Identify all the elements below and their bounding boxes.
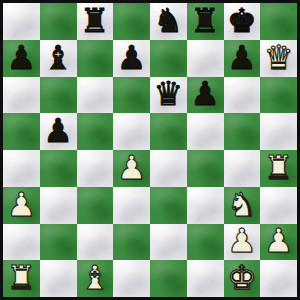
square-a7[interactable]: ♟ [3, 40, 40, 77]
chess-board: ♜♞♜♚♟♝♟♟♛♛♟♟♟♜♟♞♟♟♜♝♚ [3, 3, 297, 297]
square-b1[interactable] [40, 260, 77, 297]
square-f8[interactable]: ♜ [187, 3, 224, 40]
square-a6[interactable] [3, 77, 40, 114]
square-g4[interactable] [224, 150, 261, 187]
square-b4[interactable] [40, 150, 77, 187]
square-c1[interactable]: ♝ [77, 260, 114, 297]
square-h1[interactable] [260, 260, 297, 297]
piece-white-pawn: ♟ [227, 224, 257, 257]
square-g6[interactable] [224, 77, 261, 114]
piece-black-pawn: ♟ [190, 77, 220, 110]
square-a5[interactable] [3, 113, 40, 150]
square-b6[interactable] [40, 77, 77, 114]
square-e2[interactable] [150, 224, 187, 261]
piece-black-pawn: ♟ [227, 41, 257, 74]
square-d4[interactable]: ♟ [113, 150, 150, 187]
piece-black-rook: ♜ [190, 4, 220, 37]
piece-white-pawn: ♟ [117, 151, 147, 184]
square-f3[interactable] [187, 187, 224, 224]
square-h5[interactable] [260, 113, 297, 150]
square-h4[interactable]: ♜ [260, 150, 297, 187]
square-d2[interactable] [113, 224, 150, 261]
piece-black-king: ♚ [227, 4, 257, 37]
piece-black-pawn: ♟ [117, 41, 147, 74]
square-b5[interactable]: ♟ [40, 113, 77, 150]
piece-white-rook: ♜ [264, 151, 294, 184]
square-d7[interactable]: ♟ [113, 40, 150, 77]
square-d3[interactable] [113, 187, 150, 224]
square-a2[interactable] [3, 224, 40, 261]
square-h6[interactable] [260, 77, 297, 114]
square-d6[interactable] [113, 77, 150, 114]
piece-white-pawn: ♟ [264, 224, 294, 257]
square-h8[interactable] [260, 3, 297, 40]
piece-white-queen: ♛ [264, 41, 294, 74]
square-d1[interactable] [113, 260, 150, 297]
square-a1[interactable]: ♜ [3, 260, 40, 297]
square-e8[interactable]: ♞ [150, 3, 187, 40]
board-frame: ♜♞♜♚♟♝♟♟♛♛♟♟♟♜♟♞♟♟♜♝♚ [0, 0, 300, 300]
square-e5[interactable] [150, 113, 187, 150]
square-f2[interactable] [187, 224, 224, 261]
square-b8[interactable] [40, 3, 77, 40]
square-e4[interactable] [150, 150, 187, 187]
square-f1[interactable] [187, 260, 224, 297]
square-c5[interactable] [77, 113, 114, 150]
piece-black-knight: ♞ [154, 4, 184, 37]
piece-black-queen: ♛ [154, 77, 184, 110]
square-b2[interactable] [40, 224, 77, 261]
square-c2[interactable] [77, 224, 114, 261]
square-g2[interactable]: ♟ [224, 224, 261, 261]
square-f7[interactable] [187, 40, 224, 77]
piece-black-pawn: ♟ [7, 41, 37, 74]
square-b3[interactable] [40, 187, 77, 224]
square-d8[interactable] [113, 3, 150, 40]
piece-white-rook: ♜ [7, 261, 37, 294]
square-f5[interactable] [187, 113, 224, 150]
square-c8[interactable]: ♜ [77, 3, 114, 40]
square-e6[interactable]: ♛ [150, 77, 187, 114]
piece-black-bishop: ♝ [43, 41, 73, 74]
square-h2[interactable]: ♟ [260, 224, 297, 261]
square-a4[interactable] [3, 150, 40, 187]
square-e3[interactable] [150, 187, 187, 224]
square-f6[interactable]: ♟ [187, 77, 224, 114]
square-c4[interactable] [77, 150, 114, 187]
piece-white-pawn: ♟ [7, 188, 37, 221]
square-f4[interactable] [187, 150, 224, 187]
square-c6[interactable] [77, 77, 114, 114]
square-c7[interactable] [77, 40, 114, 77]
square-g3[interactable]: ♞ [224, 187, 261, 224]
square-c3[interactable] [77, 187, 114, 224]
square-e1[interactable] [150, 260, 187, 297]
piece-black-pawn: ♟ [43, 114, 73, 147]
square-h3[interactable] [260, 187, 297, 224]
square-e7[interactable] [150, 40, 187, 77]
piece-white-knight: ♞ [227, 188, 257, 221]
piece-white-king: ♚ [227, 261, 257, 294]
square-a3[interactable]: ♟ [3, 187, 40, 224]
square-g7[interactable]: ♟ [224, 40, 261, 77]
piece-black-rook: ♜ [80, 4, 110, 37]
square-h7[interactable]: ♛ [260, 40, 297, 77]
square-g8[interactable]: ♚ [224, 3, 261, 40]
square-d5[interactable] [113, 113, 150, 150]
square-b7[interactable]: ♝ [40, 40, 77, 77]
square-g5[interactable] [224, 113, 261, 150]
square-g1[interactable]: ♚ [224, 260, 261, 297]
piece-white-bishop: ♝ [80, 261, 110, 294]
square-a8[interactable] [3, 3, 40, 40]
